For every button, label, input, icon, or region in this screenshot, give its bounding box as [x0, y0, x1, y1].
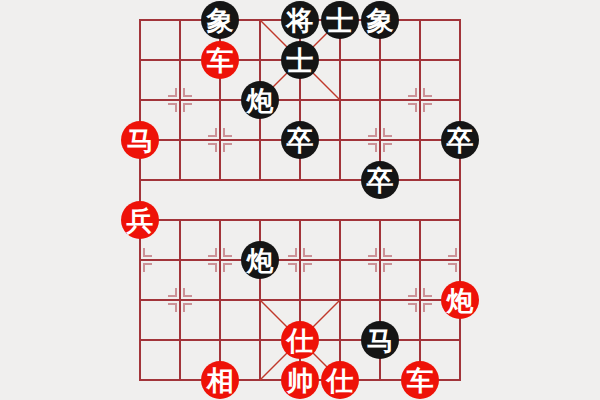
piece-red-advisor-1[interactable]: 仕 [281, 321, 319, 359]
piece-black-soldier-3[interactable]: 卒 [361, 161, 399, 199]
pieces-layer: 象将士象车士炮马卒卒卒兵炮炮仕马相帅仕车 [120, 0, 480, 400]
piece-red-chariot-1[interactable]: 车 [201, 41, 239, 79]
piece-red-chariot-2[interactable]: 车 [401, 361, 439, 399]
piece-red-advisor-2[interactable]: 仕 [321, 361, 359, 399]
piece-red-soldier[interactable]: 兵 [121, 201, 159, 239]
piece-black-cannon-1[interactable]: 炮 [241, 81, 279, 119]
piece-black-elephant-1[interactable]: 象 [201, 1, 239, 39]
piece-red-horse[interactable]: 马 [121, 121, 159, 159]
piece-black-soldier-1[interactable]: 卒 [281, 121, 319, 159]
xiangqi-screenshot: { "game": "xiangqi", "board": { "files":… [0, 0, 600, 400]
piece-black-advisor-2[interactable]: 士 [281, 41, 319, 79]
piece-red-cannon[interactable]: 炮 [441, 281, 479, 319]
piece-black-advisor-1[interactable]: 士 [321, 1, 359, 39]
xiangqi-app: 象将士象车士炮马卒卒卒兵炮炮仕马相帅仕车 [0, 0, 600, 400]
piece-black-cannon-2[interactable]: 炮 [241, 241, 279, 279]
piece-black-horse[interactable]: 马 [361, 321, 399, 359]
piece-black-elephant-2[interactable]: 象 [361, 1, 399, 39]
piece-black-general[interactable]: 将 [281, 1, 319, 39]
piece-black-soldier-2[interactable]: 卒 [441, 121, 479, 159]
piece-red-elephant[interactable]: 相 [201, 361, 239, 399]
piece-red-general[interactable]: 帅 [281, 361, 319, 399]
